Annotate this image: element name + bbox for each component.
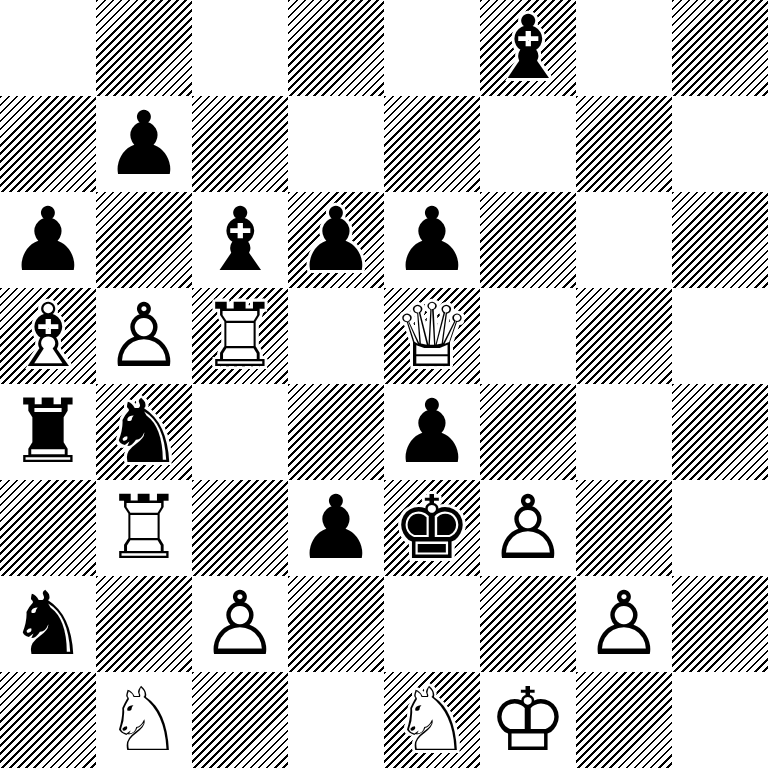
piece-black-pawn[interactable]: ♟ bbox=[288, 480, 384, 576]
square-a8[interactable] bbox=[0, 0, 96, 96]
piece-black-pawn[interactable]: ♟ bbox=[384, 384, 480, 480]
square-b7[interactable]: ♟♟ bbox=[96, 96, 192, 192]
square-d4[interactable] bbox=[288, 384, 384, 480]
piece-black-knight[interactable]: ♞ bbox=[0, 576, 96, 672]
square-d7[interactable] bbox=[288, 96, 384, 192]
square-g7[interactable] bbox=[576, 96, 672, 192]
square-h5[interactable] bbox=[672, 288, 768, 384]
square-b8[interactable] bbox=[96, 0, 192, 96]
square-b3[interactable]: ♜♖ bbox=[96, 480, 192, 576]
piece-white-bishop[interactable]: ♗ bbox=[0, 288, 96, 384]
square-a3[interactable] bbox=[0, 480, 96, 576]
square-a2[interactable]: ♞♞ bbox=[0, 576, 96, 672]
square-f6[interactable] bbox=[480, 192, 576, 288]
square-b6[interactable] bbox=[96, 192, 192, 288]
square-f1[interactable]: ♚♔ bbox=[480, 672, 576, 768]
piece-white-knight[interactable]: ♘ bbox=[384, 672, 480, 768]
square-a1[interactable] bbox=[0, 672, 96, 768]
square-d2[interactable] bbox=[288, 576, 384, 672]
piece-white-queen[interactable]: ♕ bbox=[384, 288, 480, 384]
square-a4[interactable]: ♜♜ bbox=[0, 384, 96, 480]
square-g4[interactable] bbox=[576, 384, 672, 480]
square-g2[interactable]: ♟♙ bbox=[576, 576, 672, 672]
square-e7[interactable] bbox=[384, 96, 480, 192]
square-c5[interactable]: ♜♖ bbox=[192, 288, 288, 384]
piece-white-pawn[interactable]: ♙ bbox=[192, 576, 288, 672]
piece-white-pawn[interactable]: ♙ bbox=[96, 288, 192, 384]
square-g8[interactable] bbox=[576, 0, 672, 96]
square-f4[interactable] bbox=[480, 384, 576, 480]
square-e5[interactable]: ♛♕ bbox=[384, 288, 480, 384]
piece-black-bishop[interactable]: ♝ bbox=[480, 0, 576, 96]
square-h4[interactable] bbox=[672, 384, 768, 480]
square-h8[interactable] bbox=[672, 0, 768, 96]
square-e8[interactable] bbox=[384, 0, 480, 96]
square-c6[interactable]: ♝♝ bbox=[192, 192, 288, 288]
square-a6[interactable]: ♟♟ bbox=[0, 192, 96, 288]
square-h7[interactable] bbox=[672, 96, 768, 192]
square-h3[interactable] bbox=[672, 480, 768, 576]
square-c1[interactable] bbox=[192, 672, 288, 768]
piece-black-pawn[interactable]: ♟ bbox=[384, 192, 480, 288]
piece-white-knight[interactable]: ♘ bbox=[96, 672, 192, 768]
square-b1[interactable]: ♞♘ bbox=[96, 672, 192, 768]
square-c4[interactable] bbox=[192, 384, 288, 480]
square-a7[interactable] bbox=[0, 96, 96, 192]
piece-white-king[interactable]: ♔ bbox=[480, 672, 576, 768]
piece-black-pawn[interactable]: ♟ bbox=[96, 96, 192, 192]
square-f8[interactable]: ♝♝ bbox=[480, 0, 576, 96]
square-c8[interactable] bbox=[192, 0, 288, 96]
square-e4[interactable]: ♟♟ bbox=[384, 384, 480, 480]
square-a5[interactable]: ♝♗ bbox=[0, 288, 96, 384]
piece-white-pawn[interactable]: ♙ bbox=[480, 480, 576, 576]
square-d3[interactable]: ♟♟ bbox=[288, 480, 384, 576]
square-b2[interactable] bbox=[96, 576, 192, 672]
square-c2[interactable]: ♟♙ bbox=[192, 576, 288, 672]
square-d8[interactable] bbox=[288, 0, 384, 96]
square-h6[interactable] bbox=[672, 192, 768, 288]
square-e6[interactable]: ♟♟ bbox=[384, 192, 480, 288]
square-g6[interactable] bbox=[576, 192, 672, 288]
piece-black-pawn[interactable]: ♟ bbox=[0, 192, 96, 288]
piece-black-rook[interactable]: ♜ bbox=[0, 384, 96, 480]
piece-black-bishop[interactable]: ♝ bbox=[192, 192, 288, 288]
square-c7[interactable] bbox=[192, 96, 288, 192]
piece-black-pawn[interactable]: ♟ bbox=[288, 192, 384, 288]
square-h2[interactable] bbox=[672, 576, 768, 672]
square-e2[interactable] bbox=[384, 576, 480, 672]
square-d6[interactable]: ♟♟ bbox=[288, 192, 384, 288]
square-g1[interactable] bbox=[576, 672, 672, 768]
square-g5[interactable] bbox=[576, 288, 672, 384]
piece-white-pawn[interactable]: ♙ bbox=[576, 576, 672, 672]
square-e1[interactable]: ♞♘ bbox=[384, 672, 480, 768]
piece-black-knight[interactable]: ♞ bbox=[96, 384, 192, 480]
piece-white-rook[interactable]: ♖ bbox=[192, 288, 288, 384]
square-b4[interactable]: ♞♞ bbox=[96, 384, 192, 480]
square-h1[interactable] bbox=[672, 672, 768, 768]
square-f7[interactable] bbox=[480, 96, 576, 192]
chess-diagram: ♝♝♟♟♟♟♝♝♟♟♟♟♝♗♟♙♜♖♛♕♜♜♞♞♟♟♜♖♟♟♚♚♟♙♞♞♟♙♟♙… bbox=[0, 0, 768, 768]
chess-board: ♝♝♟♟♟♟♝♝♟♟♟♟♝♗♟♙♜♖♛♕♜♜♞♞♟♟♜♖♟♟♚♚♟♙♞♞♟♙♟♙… bbox=[0, 0, 768, 768]
piece-black-king[interactable]: ♚ bbox=[384, 480, 480, 576]
square-e3[interactable]: ♚♚ bbox=[384, 480, 480, 576]
square-f3[interactable]: ♟♙ bbox=[480, 480, 576, 576]
square-f5[interactable] bbox=[480, 288, 576, 384]
square-c3[interactable] bbox=[192, 480, 288, 576]
square-b5[interactable]: ♟♙ bbox=[96, 288, 192, 384]
square-d5[interactable] bbox=[288, 288, 384, 384]
square-d1[interactable] bbox=[288, 672, 384, 768]
piece-white-rook[interactable]: ♖ bbox=[96, 480, 192, 576]
square-g3[interactable] bbox=[576, 480, 672, 576]
square-f2[interactable] bbox=[480, 576, 576, 672]
